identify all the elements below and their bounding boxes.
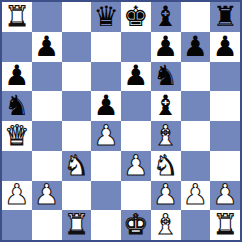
piece-white-bishop[interactable]: ♝ <box>151 121 181 151</box>
square-c8[interactable] <box>62 2 92 32</box>
piece-white-pawn[interactable]: ♟ <box>151 181 181 211</box>
square-b1[interactable] <box>32 210 62 240</box>
square-c5[interactable] <box>62 91 92 121</box>
square-e7[interactable] <box>121 32 151 62</box>
square-f1[interactable]: ♝ <box>151 210 181 240</box>
piece-white-pawn[interactable]: ♟ <box>32 181 62 211</box>
square-h8[interactable]: ♜ <box>210 2 240 32</box>
square-d4[interactable]: ♟ <box>91 121 121 151</box>
square-c4[interactable] <box>62 121 92 151</box>
piece-black-king[interactable]: ♚ <box>121 2 151 32</box>
square-f4[interactable]: ♝ <box>151 121 181 151</box>
piece-white-knight[interactable]: ♞ <box>62 151 92 181</box>
square-b6[interactable] <box>32 62 62 92</box>
square-h5[interactable] <box>210 91 240 121</box>
square-e3[interactable]: ♟ <box>121 151 151 181</box>
piece-black-pawn[interactable]: ♟ <box>210 32 240 62</box>
square-e6[interactable]: ♟ <box>121 62 151 92</box>
square-h6[interactable] <box>210 62 240 92</box>
square-b7[interactable]: ♟ <box>32 32 62 62</box>
square-d5[interactable]: ♟ <box>91 91 121 121</box>
square-g7[interactable]: ♟ <box>181 32 211 62</box>
square-b4[interactable] <box>32 121 62 151</box>
piece-black-pawn[interactable]: ♟ <box>181 32 211 62</box>
piece-white-rook[interactable]: ♜ <box>210 210 240 240</box>
piece-white-rook[interactable]: ♜ <box>62 210 92 240</box>
piece-black-rook[interactable]: ♜ <box>210 2 240 32</box>
square-e2[interactable] <box>121 181 151 211</box>
square-a5[interactable]: ♞ <box>2 91 32 121</box>
square-e8[interactable]: ♚ <box>121 2 151 32</box>
square-c6[interactable] <box>62 62 92 92</box>
square-g2[interactable]: ♟ <box>181 181 211 211</box>
piece-white-rook[interactable]: ♜ <box>2 2 32 32</box>
square-e4[interactable] <box>121 121 151 151</box>
square-a6[interactable]: ♟ <box>2 62 32 92</box>
piece-black-pawn[interactable]: ♟ <box>121 62 151 92</box>
square-f7[interactable]: ♟ <box>151 32 181 62</box>
piece-white-bishop[interactable]: ♝ <box>151 210 181 240</box>
square-f3[interactable]: ♞ <box>151 151 181 181</box>
square-e1[interactable]: ♚ <box>121 210 151 240</box>
square-g6[interactable] <box>181 62 211 92</box>
square-d1[interactable] <box>91 210 121 240</box>
piece-white-pawn[interactable]: ♟ <box>91 121 121 151</box>
square-b8[interactable] <box>32 2 62 32</box>
piece-black-bishop[interactable]: ♝ <box>151 2 181 32</box>
square-c3[interactable]: ♞ <box>62 151 92 181</box>
square-h4[interactable] <box>210 121 240 151</box>
square-a2[interactable]: ♟ <box>2 181 32 211</box>
piece-black-pawn[interactable]: ♟ <box>91 91 121 121</box>
square-f2[interactable]: ♟ <box>151 181 181 211</box>
square-b2[interactable]: ♟ <box>32 181 62 211</box>
square-f8[interactable]: ♝ <box>151 2 181 32</box>
square-g4[interactable] <box>181 121 211 151</box>
square-a7[interactable] <box>2 32 32 62</box>
square-a4[interactable]: ♛ <box>2 121 32 151</box>
piece-black-knight[interactable]: ♞ <box>2 91 32 121</box>
square-c2[interactable] <box>62 181 92 211</box>
piece-white-knight[interactable]: ♞ <box>151 151 181 181</box>
square-b5[interactable] <box>32 91 62 121</box>
square-d8[interactable]: ♛ <box>91 2 121 32</box>
piece-black-pawn[interactable]: ♟ <box>2 62 32 92</box>
square-g1[interactable] <box>181 210 211 240</box>
chess-board: ♜♛♚♝♜♟♟♟♟♟♟♞♞♟♝♛♟♝♞♟♞♟♟♟♟♟♜♚♝♜ <box>0 0 242 242</box>
square-g8[interactable] <box>181 2 211 32</box>
square-a8[interactable]: ♜ <box>2 2 32 32</box>
square-e5[interactable] <box>121 91 151 121</box>
square-g3[interactable] <box>181 151 211 181</box>
piece-white-pawn[interactable]: ♟ <box>181 181 211 211</box>
square-d3[interactable] <box>91 151 121 181</box>
square-h3[interactable] <box>210 151 240 181</box>
square-f5[interactable]: ♝ <box>151 91 181 121</box>
square-h1[interactable]: ♜ <box>210 210 240 240</box>
piece-black-queen[interactable]: ♛ <box>91 2 121 32</box>
piece-black-pawn[interactable]: ♟ <box>151 32 181 62</box>
square-d7[interactable] <box>91 32 121 62</box>
piece-white-pawn[interactable]: ♟ <box>210 181 240 211</box>
piece-black-bishop[interactable]: ♝ <box>151 91 181 121</box>
square-c1[interactable]: ♜ <box>62 210 92 240</box>
square-h2[interactable]: ♟ <box>210 181 240 211</box>
square-a3[interactable] <box>2 151 32 181</box>
piece-white-queen[interactable]: ♛ <box>2 121 32 151</box>
piece-white-pawn[interactable]: ♟ <box>121 151 151 181</box>
piece-black-pawn[interactable]: ♟ <box>32 32 62 62</box>
square-d6[interactable] <box>91 62 121 92</box>
piece-white-pawn[interactable]: ♟ <box>2 181 32 211</box>
square-f6[interactable]: ♞ <box>151 62 181 92</box>
square-h7[interactable]: ♟ <box>210 32 240 62</box>
square-c7[interactable] <box>62 32 92 62</box>
piece-black-knight[interactable]: ♞ <box>151 62 181 92</box>
square-d2[interactable] <box>91 181 121 211</box>
square-a1[interactable] <box>2 210 32 240</box>
square-b3[interactable] <box>32 151 62 181</box>
square-g5[interactable] <box>181 91 211 121</box>
piece-white-king[interactable]: ♚ <box>121 210 151 240</box>
